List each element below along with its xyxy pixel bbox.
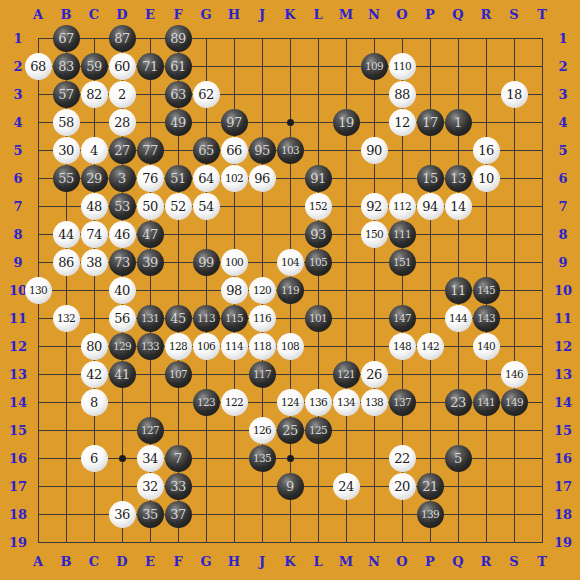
stone-black-135-J16[interactable]: 135 — [249, 445, 276, 472]
move-number: 59 — [86, 60, 102, 73]
stone-black-113-G11[interactable]: 113 — [193, 305, 220, 332]
col-label-F: F — [173, 7, 182, 22]
stone-white-116-J11[interactable]: 116 — [249, 305, 276, 332]
stone-black-5-Q16[interactable]: 5 — [445, 445, 472, 472]
move-number: 112 — [393, 201, 411, 212]
col-label-H: H — [228, 7, 240, 22]
stone-white-12-O4[interactable]: 12 — [389, 109, 416, 136]
move-number: 20 — [394, 480, 410, 493]
stone-black-115-H11[interactable]: 115 — [221, 305, 248, 332]
move-number: 50 — [142, 200, 158, 213]
stone-white-40-D10[interactable]: 40 — [109, 277, 136, 304]
stone-black-119-K10[interactable]: 119 — [277, 277, 304, 304]
move-number: 24 — [338, 480, 354, 493]
move-number: 120 — [253, 285, 271, 296]
stone-black-127-E15[interactable]: 127 — [137, 417, 164, 444]
col-label-J: J — [259, 7, 265, 22]
stone-black-21-P17[interactable]: 21 — [417, 473, 444, 500]
move-number: 139 — [421, 509, 439, 520]
stone-white-102-H6[interactable]: 102 — [221, 165, 248, 192]
move-number: 103 — [281, 145, 299, 156]
stone-black-111-O8[interactable]: 111 — [389, 221, 416, 248]
col-label-P: P — [425, 7, 435, 22]
move-number: 114 — [225, 341, 243, 352]
move-number: 105 — [309, 257, 327, 268]
stone-white-16-R5[interactable]: 16 — [473, 137, 500, 164]
stone-white-144-Q11[interactable]: 144 — [445, 305, 472, 332]
move-number: 40 — [114, 284, 130, 297]
stone-black-149-S14[interactable]: 149 — [501, 389, 528, 416]
stone-white-74-C8[interactable]: 74 — [81, 221, 108, 248]
move-number: 9 — [286, 480, 294, 493]
move-number: 151 — [393, 257, 411, 268]
stone-black-91-L6[interactable]: 91 — [305, 165, 332, 192]
col-label-M: M — [339, 7, 353, 22]
stone-black-17-P4[interactable]: 17 — [417, 109, 444, 136]
stone-black-73-D9[interactable]: 73 — [109, 249, 136, 276]
stone-black-89-F1[interactable]: 89 — [165, 25, 192, 52]
stone-white-98-H10[interactable]: 98 — [221, 277, 248, 304]
move-number: 60 — [114, 60, 130, 73]
move-number: 136 — [309, 397, 327, 408]
stone-black-47-E8[interactable]: 47 — [137, 221, 164, 248]
move-number: 109 — [365, 61, 383, 72]
stone-black-23-Q14[interactable]: 23 — [445, 389, 472, 416]
row-label-1: 1 — [13, 31, 22, 46]
stone-white-92-N7[interactable]: 92 — [361, 193, 388, 220]
stone-white-104-K9[interactable]: 104 — [277, 249, 304, 276]
move-number: 8 — [90, 396, 98, 409]
stone-white-14-Q7[interactable]: 14 — [445, 193, 472, 220]
stone-white-42-C13[interactable]: 42 — [81, 361, 108, 388]
stone-black-41-D13[interactable]: 41 — [109, 361, 136, 388]
move-number: 54 — [198, 200, 214, 213]
col-label-S: S — [509, 7, 518, 22]
stone-white-64-G6[interactable]: 64 — [193, 165, 220, 192]
stone-white-110-O2[interactable]: 110 — [389, 53, 416, 80]
stone-white-96-J6[interactable]: 96 — [249, 165, 276, 192]
move-number: 116 — [253, 313, 271, 324]
move-number: 25 — [282, 424, 298, 437]
col-label-B: B — [61, 7, 72, 22]
stone-white-56-D11[interactable]: 56 — [109, 305, 136, 332]
stone-black-3-D6[interactable]: 3 — [109, 165, 136, 192]
stone-white-48-C7[interactable]: 48 — [81, 193, 108, 220]
stone-white-76-E6[interactable]: 76 — [137, 165, 164, 192]
stone-white-148-O12[interactable]: 148 — [389, 333, 416, 360]
stone-white-26-N13[interactable]: 26 — [361, 361, 388, 388]
row-label-17: 17 — [554, 479, 572, 494]
move-number: 14 — [450, 200, 466, 213]
move-number: 34 — [142, 452, 158, 465]
stone-black-141-R14[interactable]: 141 — [473, 389, 500, 416]
stone-white-60-D2[interactable]: 60 — [109, 53, 136, 80]
col-label-R: R — [481, 7, 492, 22]
stone-white-10-R6[interactable]: 10 — [473, 165, 500, 192]
stone-white-100-H9[interactable]: 100 — [221, 249, 248, 276]
row-label-16: 16 — [554, 451, 572, 466]
stone-black-13-Q6[interactable]: 13 — [445, 165, 472, 192]
move-number: 115 — [225, 313, 243, 324]
row-label-15: 15 — [554, 423, 572, 438]
stone-white-86-B9[interactable]: 86 — [53, 249, 80, 276]
move-number: 29 — [86, 172, 102, 185]
row-label-14: 14 — [554, 395, 572, 410]
move-number: 113 — [197, 313, 215, 324]
row-label-3: 3 — [13, 87, 22, 102]
move-number: 32 — [142, 480, 158, 493]
move-number: 128 — [169, 341, 187, 352]
move-number: 74 — [86, 228, 102, 241]
move-number: 107 — [169, 369, 187, 380]
move-number: 150 — [365, 229, 383, 240]
stone-white-22-O16[interactable]: 22 — [389, 445, 416, 472]
stone-white-132-B11[interactable]: 132 — [53, 305, 80, 332]
stone-white-44-B8[interactable]: 44 — [53, 221, 80, 248]
col-label-K: K — [284, 7, 295, 22]
move-number: 108 — [281, 341, 299, 352]
stone-black-151-O9[interactable]: 151 — [389, 249, 416, 276]
go-board: ABCDEFGHJKLMNOPQRST ABCDEFGHJKLMNOPQRST … — [0, 0, 580, 580]
move-number: 39 — [142, 256, 158, 269]
move-number: 64 — [198, 172, 214, 185]
stone-black-29-C6[interactable]: 29 — [81, 165, 108, 192]
move-number: 17 — [422, 116, 438, 129]
row-label-6: 6 — [558, 171, 567, 186]
col-label-G: G — [200, 7, 211, 22]
stone-white-62-G3[interactable]: 62 — [193, 81, 220, 108]
stone-white-152-L7[interactable]: 152 — [305, 193, 332, 220]
stone-black-33-F17[interactable]: 33 — [165, 473, 192, 500]
move-number: 21 — [422, 480, 438, 493]
stone-black-93-L8[interactable]: 93 — [305, 221, 332, 248]
row-label-6: 6 — [13, 171, 22, 186]
stone-white-20-O17[interactable]: 20 — [389, 473, 416, 500]
stone-black-77-E5[interactable]: 77 — [137, 137, 164, 164]
move-number: 94 — [422, 200, 438, 213]
move-number: 58 — [58, 116, 74, 129]
row-label-4: 4 — [13, 115, 22, 130]
move-number: 57 — [58, 88, 74, 101]
stone-black-57-B3[interactable]: 57 — [53, 81, 80, 108]
move-number: 90 — [366, 144, 382, 157]
stone-black-45-F11[interactable]: 45 — [165, 305, 192, 332]
move-number: 48 — [86, 200, 102, 213]
move-number: 144 — [449, 313, 467, 324]
move-number: 146 — [505, 369, 523, 380]
move-number: 127 — [141, 425, 159, 436]
stone-white-80-C12[interactable]: 80 — [81, 333, 108, 360]
stone-black-37-F18[interactable]: 37 — [165, 501, 192, 528]
row-label-9: 9 — [558, 255, 567, 270]
move-number: 98 — [226, 284, 242, 297]
stone-white-114-H12[interactable]: 114 — [221, 333, 248, 360]
move-number: 135 — [253, 453, 271, 464]
move-number: 143 — [477, 313, 495, 324]
row-label-8: 8 — [13, 227, 22, 242]
move-number: 12 — [394, 116, 410, 129]
stone-white-6-C16[interactable]: 6 — [81, 445, 108, 472]
stone-black-1-Q4[interactable]: 1 — [445, 109, 472, 136]
stone-black-35-E18[interactable]: 35 — [137, 501, 164, 528]
stone-black-121-M13[interactable]: 121 — [333, 361, 360, 388]
stone-black-109-N2[interactable]: 109 — [361, 53, 388, 80]
stone-white-118-J12[interactable]: 118 — [249, 333, 276, 360]
col-label-E: E — [145, 7, 155, 22]
stone-black-51-F6[interactable]: 51 — [165, 165, 192, 192]
stone-white-58-B4[interactable]: 58 — [53, 109, 80, 136]
stone-black-15-P6[interactable]: 15 — [417, 165, 444, 192]
stone-white-46-D8[interactable]: 46 — [109, 221, 136, 248]
move-number: 13 — [450, 172, 466, 185]
stone-black-147-O11[interactable]: 147 — [389, 305, 416, 332]
stone-black-133-E12[interactable]: 133 — [137, 333, 164, 360]
move-number: 37 — [170, 508, 186, 521]
stone-black-125-L15[interactable]: 125 — [305, 417, 332, 444]
move-number: 65 — [198, 144, 214, 157]
move-number: 7 — [174, 452, 182, 465]
col-label-L: L — [313, 7, 322, 22]
stone-white-122-H14[interactable]: 122 — [221, 389, 248, 416]
move-number: 137 — [393, 397, 411, 408]
move-number: 106 — [197, 341, 215, 352]
move-number: 44 — [58, 228, 74, 241]
move-number: 77 — [142, 144, 158, 157]
row-label-8: 8 — [558, 227, 567, 242]
stones-layer: 1234567891011121314151617181920212223242… — [24, 24, 556, 556]
move-number: 76 — [142, 172, 158, 185]
move-number: 63 — [170, 88, 186, 101]
stone-white-106-G12[interactable]: 106 — [193, 333, 220, 360]
stone-white-38-C9[interactable]: 38 — [81, 249, 108, 276]
stone-black-71-E2[interactable]: 71 — [137, 53, 164, 80]
stone-black-63-F3[interactable]: 63 — [165, 81, 192, 108]
stone-black-143-R11[interactable]: 143 — [473, 305, 500, 332]
stone-black-97-H4[interactable]: 97 — [221, 109, 248, 136]
move-number: 67 — [58, 32, 74, 45]
stone-white-4-C5[interactable]: 4 — [81, 137, 108, 164]
stone-black-53-D7[interactable]: 53 — [109, 193, 136, 220]
stone-white-2-D3[interactable]: 2 — [109, 81, 136, 108]
move-number: 138 — [365, 397, 383, 408]
move-number: 33 — [170, 480, 186, 493]
move-number: 51 — [170, 172, 186, 185]
stone-white-140-R12[interactable]: 140 — [473, 333, 500, 360]
stone-black-137-O14[interactable]: 137 — [389, 389, 416, 416]
move-number: 110 — [393, 61, 411, 72]
move-number: 46 — [114, 228, 130, 241]
move-number: 86 — [58, 256, 74, 269]
stone-black-83-B2[interactable]: 83 — [53, 53, 80, 80]
stone-black-9-K17[interactable]: 9 — [277, 473, 304, 500]
move-number: 92 — [366, 200, 382, 213]
move-number: 145 — [477, 285, 495, 296]
stone-white-128-F12[interactable]: 128 — [165, 333, 192, 360]
move-number: 121 — [337, 369, 355, 380]
move-number: 117 — [253, 369, 271, 380]
move-number: 19 — [338, 116, 354, 129]
move-number: 73 — [114, 256, 130, 269]
move-number: 16 — [478, 144, 494, 157]
move-number: 129 — [113, 341, 131, 352]
stone-black-87-D1[interactable]: 87 — [109, 25, 136, 52]
move-number: 134 — [337, 397, 355, 408]
stone-white-50-E7[interactable]: 50 — [137, 193, 164, 220]
move-number: 15 — [422, 172, 438, 185]
move-number: 38 — [86, 256, 102, 269]
stone-black-129-D12[interactable]: 129 — [109, 333, 136, 360]
stone-black-7-F16[interactable]: 7 — [165, 445, 192, 472]
stone-white-52-F7[interactable]: 52 — [165, 193, 192, 220]
move-number: 93 — [310, 228, 326, 241]
stone-black-61-F2[interactable]: 61 — [165, 53, 192, 80]
stone-black-67-B1[interactable]: 67 — [53, 25, 80, 52]
move-number: 26 — [366, 368, 382, 381]
move-number: 36 — [114, 508, 130, 521]
col-label-Q: Q — [452, 7, 463, 22]
stone-white-18-S3[interactable]: 18 — [501, 81, 528, 108]
stone-black-49-F4[interactable]: 49 — [165, 109, 192, 136]
stone-black-27-D5[interactable]: 27 — [109, 137, 136, 164]
move-number: 96 — [254, 172, 270, 185]
col-label-T: T — [537, 7, 547, 22]
row-label-9: 9 — [13, 255, 22, 270]
move-number: 1 — [454, 116, 462, 129]
move-number: 2 — [118, 88, 126, 101]
move-number: 52 — [170, 200, 186, 213]
stone-black-65-G5[interactable]: 65 — [193, 137, 220, 164]
row-label-2: 2 — [558, 59, 567, 74]
move-number: 95 — [254, 144, 270, 157]
move-number: 61 — [170, 60, 186, 73]
stone-black-39-E9[interactable]: 39 — [137, 249, 164, 276]
col-label-N: N — [368, 7, 380, 22]
row-label-5: 5 — [13, 143, 22, 158]
move-number: 42 — [86, 368, 102, 381]
move-number: 130 — [29, 285, 47, 296]
move-number: 123 — [197, 397, 215, 408]
stone-black-103-K5[interactable]: 103 — [277, 137, 304, 164]
row-label-3: 3 — [558, 87, 567, 102]
move-number: 124 — [281, 397, 299, 408]
stone-white-126-J15[interactable]: 126 — [249, 417, 276, 444]
stone-black-11-Q10[interactable]: 11 — [445, 277, 472, 304]
stone-black-131-E11[interactable]: 131 — [137, 305, 164, 332]
stone-white-146-S13[interactable]: 146 — [501, 361, 528, 388]
move-number: 147 — [393, 313, 411, 324]
row-label-18: 18 — [554, 507, 572, 522]
stone-white-30-B5[interactable]: 30 — [53, 137, 80, 164]
stone-black-123-G14[interactable]: 123 — [193, 389, 220, 416]
stone-black-117-J13[interactable]: 117 — [249, 361, 276, 388]
move-number: 122 — [225, 397, 243, 408]
move-number: 118 — [253, 341, 271, 352]
stone-white-94-P7[interactable]: 94 — [417, 193, 444, 220]
move-number: 47 — [142, 228, 158, 241]
move-number: 5 — [454, 452, 462, 465]
move-number: 141 — [477, 397, 495, 408]
stone-black-19-M4[interactable]: 19 — [333, 109, 360, 136]
move-number: 140 — [477, 341, 495, 352]
row-label-2: 2 — [13, 59, 22, 74]
move-number: 22 — [394, 452, 410, 465]
row-label-10: 10 — [554, 283, 572, 298]
stone-white-130-A10[interactable]: 130 — [25, 277, 52, 304]
stone-white-120-J10[interactable]: 120 — [249, 277, 276, 304]
move-number: 30 — [58, 144, 74, 157]
move-number: 148 — [393, 341, 411, 352]
stone-black-59-C2[interactable]: 59 — [81, 53, 108, 80]
move-number: 27 — [114, 144, 130, 157]
stone-black-101-L11[interactable]: 101 — [305, 305, 332, 332]
move-number: 49 — [170, 116, 186, 129]
stone-black-95-J5[interactable]: 95 — [249, 137, 276, 164]
move-number: 4 — [90, 144, 98, 157]
stone-black-107-F13[interactable]: 107 — [165, 361, 192, 388]
stone-white-66-H5[interactable]: 66 — [221, 137, 248, 164]
stone-white-108-K12[interactable]: 108 — [277, 333, 304, 360]
stone-white-34-E16[interactable]: 34 — [137, 445, 164, 472]
stone-white-54-G7[interactable]: 54 — [193, 193, 220, 220]
move-number: 152 — [309, 201, 327, 212]
move-number: 62 — [198, 88, 214, 101]
move-number: 126 — [253, 425, 271, 436]
move-number: 10 — [478, 172, 494, 185]
stone-white-36-D18[interactable]: 36 — [109, 501, 136, 528]
stone-white-28-D4[interactable]: 28 — [109, 109, 136, 136]
row-label-4: 4 — [558, 115, 567, 130]
row-label-7: 7 — [558, 199, 567, 214]
stone-white-124-K14[interactable]: 124 — [277, 389, 304, 416]
stone-white-150-N8[interactable]: 150 — [361, 221, 388, 248]
stone-white-138-N14[interactable]: 138 — [361, 389, 388, 416]
stone-white-82-C3[interactable]: 82 — [81, 81, 108, 108]
move-number: 28 — [114, 116, 130, 129]
move-number: 102 — [225, 173, 243, 184]
move-number: 68 — [30, 60, 46, 73]
stone-white-8-C14[interactable]: 8 — [81, 389, 108, 416]
stone-white-32-E17[interactable]: 32 — [137, 473, 164, 500]
stone-white-24-M17[interactable]: 24 — [333, 473, 360, 500]
stone-white-136-L14[interactable]: 136 — [305, 389, 332, 416]
stone-white-134-M14[interactable]: 134 — [333, 389, 360, 416]
stone-white-112-O7[interactable]: 112 — [389, 193, 416, 220]
move-number: 82 — [86, 88, 102, 101]
stone-black-105-L9[interactable]: 105 — [305, 249, 332, 276]
move-number: 119 — [281, 285, 299, 296]
row-label-11: 11 — [554, 311, 572, 326]
move-number: 100 — [225, 257, 243, 268]
move-number: 101 — [309, 313, 327, 324]
stone-white-90-N5[interactable]: 90 — [361, 137, 388, 164]
stone-black-139-P18[interactable]: 139 — [417, 501, 444, 528]
stone-white-88-O3[interactable]: 88 — [389, 81, 416, 108]
row-label-19: 19 — [554, 535, 572, 550]
move-number: 3 — [118, 172, 126, 185]
col-label-A: A — [33, 7, 43, 22]
row-label-7: 7 — [13, 199, 22, 214]
stone-white-142-P12[interactable]: 142 — [417, 333, 444, 360]
stone-black-25-K15[interactable]: 25 — [277, 417, 304, 444]
stone-white-68-A2[interactable]: 68 — [25, 53, 52, 80]
stone-black-99-G9[interactable]: 99 — [193, 249, 220, 276]
move-number: 71 — [142, 60, 158, 73]
move-number: 131 — [141, 313, 159, 324]
stone-black-55-B6[interactable]: 55 — [53, 165, 80, 192]
stone-black-145-R10[interactable]: 145 — [473, 277, 500, 304]
move-number: 83 — [58, 60, 74, 73]
row-label-5: 5 — [558, 143, 567, 158]
